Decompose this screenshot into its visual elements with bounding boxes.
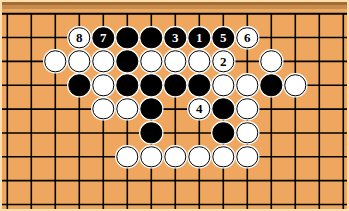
move-number-label: 8 bbox=[76, 31, 83, 44]
move-number-label: 4 bbox=[196, 102, 203, 115]
go-diagram: 87315624 bbox=[0, 0, 349, 211]
move-number-label: 5 bbox=[220, 31, 227, 44]
move-number-label: 2 bbox=[220, 54, 227, 67]
move-number-label: 1 bbox=[196, 31, 203, 44]
move-number-label: 6 bbox=[244, 31, 251, 44]
move-number-label: 3 bbox=[172, 31, 179, 44]
move-number-label: 7 bbox=[100, 31, 107, 44]
